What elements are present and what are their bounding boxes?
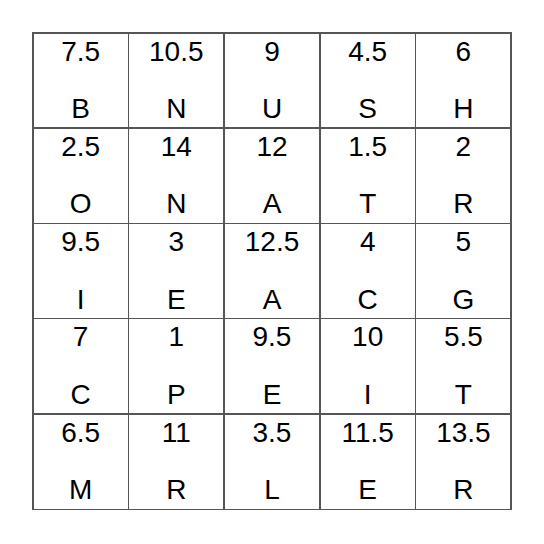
cell-number: 6.5 bbox=[61, 418, 100, 447]
cell-number: 1.5 bbox=[348, 132, 387, 161]
cell-letter: T bbox=[455, 380, 472, 409]
cell-letter: A bbox=[263, 285, 282, 314]
cell-letter: R bbox=[453, 189, 473, 218]
cell-number: 11 bbox=[162, 418, 191, 447]
cell-letter: B bbox=[71, 94, 90, 123]
bingo-cell-r3c5[interactable]: 5G bbox=[416, 224, 510, 318]
bingo-cell-r2c1[interactable]: 2.5O bbox=[34, 129, 128, 223]
cell-number: 2.5 bbox=[61, 132, 100, 161]
cell-number: 10 bbox=[352, 322, 383, 351]
cell-number: 11.5 bbox=[341, 418, 393, 447]
cell-number: 5 bbox=[456, 227, 472, 256]
cell-number: 5.5 bbox=[444, 322, 483, 351]
bingo-cell-r3c1[interactable]: 9.5I bbox=[34, 224, 128, 318]
cell-letter: H bbox=[453, 94, 473, 123]
bingo-cell-r4c2[interactable]: 1P bbox=[129, 319, 223, 413]
bingo-cell-r2c3[interactable]: 12A bbox=[225, 129, 319, 223]
cell-letter: N bbox=[166, 189, 186, 218]
cell-number: 7.5 bbox=[61, 37, 100, 66]
bingo-cell-r4c3[interactable]: 9.5E bbox=[225, 319, 319, 413]
bingo-cell-r1c3[interactable]: 9U bbox=[225, 34, 319, 128]
bingo-cell-r2c5[interactable]: 2R bbox=[416, 129, 510, 223]
bingo-cell-r5c3[interactable]: 3.5L bbox=[225, 415, 319, 509]
cell-letter: C bbox=[70, 380, 90, 409]
cell-letter: U bbox=[262, 94, 282, 123]
cell-number: 14 bbox=[161, 132, 192, 161]
cell-letter: G bbox=[453, 285, 475, 314]
bingo-cell-r4c4[interactable]: 10I bbox=[321, 319, 415, 413]
bingo-cell-r4c5[interactable]: 5.5T bbox=[416, 319, 510, 413]
cell-number: 1 bbox=[169, 322, 185, 351]
cell-number: 9.5 bbox=[61, 227, 100, 256]
cell-number: 4.5 bbox=[348, 37, 387, 66]
cell-number: 6 bbox=[456, 37, 472, 66]
cell-letter: E bbox=[358, 475, 377, 504]
cell-letter: R bbox=[453, 475, 473, 504]
cell-number: 9 bbox=[264, 37, 280, 66]
bingo-cell-r2c4[interactable]: 1.5T bbox=[321, 129, 415, 223]
cell-letter: A bbox=[263, 189, 282, 218]
bingo-board: 7.5B10.5N9U4.5S6H2.5O14N12A1.5T2R9.5I3E1… bbox=[32, 32, 512, 510]
bingo-cell-r4c1[interactable]: 7C bbox=[34, 319, 128, 413]
cell-letter: P bbox=[167, 380, 186, 409]
cell-letter: R bbox=[166, 475, 186, 504]
bingo-cell-r5c4[interactable]: 11.5E bbox=[321, 415, 415, 509]
bingo-cell-r3c2[interactable]: 3E bbox=[129, 224, 223, 318]
cell-number: 3.5 bbox=[253, 418, 292, 447]
bingo-cell-r3c4[interactable]: 4C bbox=[321, 224, 415, 318]
bingo-cell-r5c1[interactable]: 6.5M bbox=[34, 415, 128, 509]
cell-letter: T bbox=[359, 189, 376, 218]
cell-letter: N bbox=[166, 94, 186, 123]
cell-letter: M bbox=[69, 475, 92, 504]
bingo-cell-r1c2[interactable]: 10.5N bbox=[129, 34, 223, 128]
bingo-cell-r1c5[interactable]: 6H bbox=[416, 34, 510, 128]
bingo-cell-r5c2[interactable]: 11R bbox=[129, 415, 223, 509]
cell-number: 2 bbox=[456, 132, 472, 161]
cell-number: 13.5 bbox=[436, 418, 491, 447]
cell-letter: C bbox=[358, 285, 378, 314]
bingo-cell-r5c5[interactable]: 13.5R bbox=[416, 415, 510, 509]
cell-letter: I bbox=[364, 380, 372, 409]
cell-number: 4 bbox=[360, 227, 376, 256]
bingo-cell-r3c3[interactable]: 12.5A bbox=[225, 224, 319, 318]
cell-number: 9.5 bbox=[253, 322, 292, 351]
cell-letter: I bbox=[77, 285, 85, 314]
bingo-cell-r1c1[interactable]: 7.5B bbox=[34, 34, 128, 128]
cell-number: 7 bbox=[73, 322, 89, 351]
cell-letter: S bbox=[358, 94, 377, 123]
cell-letter: L bbox=[264, 475, 280, 504]
bingo-cell-r1c4[interactable]: 4.5S bbox=[321, 34, 415, 128]
cell-letter: O bbox=[70, 189, 92, 218]
bingo-cell-r2c2[interactable]: 14N bbox=[129, 129, 223, 223]
cell-letter: E bbox=[167, 285, 186, 314]
cell-letter: E bbox=[263, 380, 282, 409]
cell-number: 12 bbox=[256, 132, 287, 161]
cell-number: 3 bbox=[169, 227, 185, 256]
cell-number: 12.5 bbox=[245, 227, 300, 256]
cell-number: 10.5 bbox=[149, 37, 204, 66]
